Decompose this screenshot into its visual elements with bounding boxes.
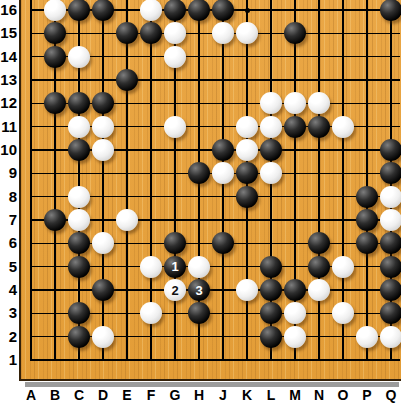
stone-black-E13 bbox=[116, 69, 138, 91]
col-label-P: P bbox=[358, 387, 376, 403]
stone-white-F3 bbox=[140, 302, 162, 324]
bottom-coordinates: ABCDEFGHJKLMNOPQ bbox=[0, 386, 401, 404]
stone-black-Q9 bbox=[380, 162, 401, 184]
row-label-14: 14 bbox=[0, 48, 17, 66]
grid-line-col-D bbox=[102, 0, 103, 361]
col-label-H: H bbox=[190, 387, 208, 403]
stone-white-Q8 bbox=[380, 186, 401, 208]
stone-black-H16 bbox=[188, 0, 210, 21]
row-label-5: 5 bbox=[0, 258, 17, 276]
stone-black-C6 bbox=[68, 232, 90, 254]
stone-black-C16 bbox=[68, 0, 90, 21]
stone-white-C14 bbox=[68, 46, 90, 68]
row-label-13: 13 bbox=[0, 71, 17, 89]
col-label-C: C bbox=[70, 387, 88, 403]
stone-black-C10 bbox=[68, 139, 90, 161]
col-label-N: N bbox=[310, 387, 328, 403]
stone-black-Q6 bbox=[380, 232, 401, 254]
stone-black-P6 bbox=[356, 232, 378, 254]
stone-black-B12 bbox=[44, 92, 66, 114]
go-diagram-page: { "game": "Go (weiqi/baduk) — 19x19 boar… bbox=[0, 0, 401, 404]
stone-black-H3 bbox=[188, 302, 210, 324]
stone-white-M3 bbox=[284, 302, 306, 324]
stone-black-L4 bbox=[260, 279, 282, 301]
move-number-label: 3 bbox=[195, 284, 202, 297]
stone-white-J15 bbox=[212, 22, 234, 44]
stone-black-K9 bbox=[236, 162, 258, 184]
stone-white-L11 bbox=[260, 116, 282, 138]
col-label-O: O bbox=[334, 387, 352, 403]
stone-white-O5 bbox=[332, 256, 354, 278]
stone-white-F16 bbox=[140, 0, 162, 21]
grid-line-row-13 bbox=[30, 79, 400, 80]
row-label-9: 9 bbox=[0, 164, 17, 182]
stone-black-F15 bbox=[140, 22, 162, 44]
stone-black-Q5 bbox=[380, 256, 401, 278]
stone-black-N6 bbox=[308, 232, 330, 254]
stone-black-G6 bbox=[164, 232, 186, 254]
stone-black-Q3 bbox=[380, 302, 401, 324]
stone-black-L5 bbox=[260, 256, 282, 278]
move-number-label: 1 bbox=[171, 260, 178, 273]
stone-black-C5 bbox=[68, 256, 90, 278]
stone-white-D11 bbox=[92, 116, 114, 138]
row-label-8: 8 bbox=[0, 188, 17, 206]
row-label-10: 10 bbox=[0, 141, 17, 159]
row-label-16: 16 bbox=[0, 1, 17, 19]
row-label-15: 15 bbox=[0, 24, 17, 42]
grid-line-row-1 bbox=[30, 359, 400, 360]
grid-line-row-4 bbox=[30, 289, 400, 290]
stone-black-M11 bbox=[284, 116, 306, 138]
stone-white-D2 bbox=[92, 326, 114, 348]
stone-white-G11 bbox=[164, 116, 186, 138]
stone-black-Q16 bbox=[380, 0, 401, 21]
stone-white-Q2 bbox=[380, 326, 401, 348]
stone-black-M15 bbox=[284, 22, 306, 44]
row-label-1: 1 bbox=[0, 351, 17, 369]
stone-white-O3 bbox=[332, 302, 354, 324]
row-label-12: 12 bbox=[0, 94, 17, 112]
stone-white-G14 bbox=[164, 46, 186, 68]
stone-white-C7 bbox=[68, 209, 90, 231]
grid-line-col-P bbox=[366, 0, 367, 361]
stone-black-H4: 3 bbox=[188, 279, 210, 301]
stone-black-C3 bbox=[68, 302, 90, 324]
stone-black-L2 bbox=[260, 326, 282, 348]
stone-black-G16 bbox=[164, 0, 186, 21]
stone-black-C2 bbox=[68, 326, 90, 348]
stone-white-K10 bbox=[236, 139, 258, 161]
col-label-L: L bbox=[262, 387, 280, 403]
stone-white-F5 bbox=[140, 256, 162, 278]
stone-white-J9 bbox=[212, 162, 234, 184]
stone-black-N11 bbox=[308, 116, 330, 138]
move-number-label: 2 bbox=[171, 284, 178, 297]
col-label-A: A bbox=[22, 387, 40, 403]
stone-white-N12 bbox=[308, 92, 330, 114]
stone-white-K15 bbox=[236, 22, 258, 44]
grid-line-col-N bbox=[318, 0, 319, 361]
col-label-F: F bbox=[142, 387, 160, 403]
stone-black-P8 bbox=[356, 186, 378, 208]
left-coordinates: 16151413121110987654321 bbox=[0, 0, 18, 381]
row-label-7: 7 bbox=[0, 211, 17, 229]
stone-black-K8 bbox=[236, 186, 258, 208]
stone-white-D10 bbox=[92, 139, 114, 161]
col-label-K: K bbox=[238, 387, 256, 403]
col-label-D: D bbox=[94, 387, 112, 403]
stone-black-B14 bbox=[44, 46, 66, 68]
stone-black-D12 bbox=[92, 92, 114, 114]
go-board[interactable]: 123 bbox=[19, 0, 401, 381]
stone-white-H5 bbox=[188, 256, 210, 278]
col-label-J: J bbox=[214, 387, 232, 403]
stone-white-O11 bbox=[332, 116, 354, 138]
stone-white-M2 bbox=[284, 326, 306, 348]
col-label-M: M bbox=[286, 387, 304, 403]
stone-white-E7 bbox=[116, 209, 138, 231]
stone-white-P2 bbox=[356, 326, 378, 348]
row-label-11: 11 bbox=[0, 118, 17, 136]
col-label-Q: Q bbox=[382, 387, 400, 403]
stone-white-K4 bbox=[236, 279, 258, 301]
stone-black-E15 bbox=[116, 22, 138, 44]
grid-line-col-E bbox=[126, 0, 127, 361]
stone-black-J10 bbox=[212, 139, 234, 161]
stone-white-B16 bbox=[44, 0, 66, 21]
col-label-E: E bbox=[118, 387, 136, 403]
stone-white-D6 bbox=[92, 232, 114, 254]
stone-white-C8 bbox=[68, 186, 90, 208]
stone-white-M12 bbox=[284, 92, 306, 114]
stone-black-D16 bbox=[92, 0, 114, 21]
stone-white-Q7 bbox=[380, 209, 401, 231]
stone-black-J6 bbox=[212, 232, 234, 254]
stone-black-B7 bbox=[44, 209, 66, 231]
stone-black-D4 bbox=[92, 279, 114, 301]
stone-white-L12 bbox=[260, 92, 282, 114]
star-point-K16 bbox=[245, 8, 250, 13]
stone-black-Q4 bbox=[380, 279, 401, 301]
col-label-G: G bbox=[166, 387, 184, 403]
stone-black-P7 bbox=[356, 209, 378, 231]
row-label-3: 3 bbox=[0, 304, 17, 322]
stone-black-L3 bbox=[260, 302, 282, 324]
stone-white-K11 bbox=[236, 116, 258, 138]
stone-white-L9 bbox=[260, 162, 282, 184]
stone-black-H9 bbox=[188, 162, 210, 184]
stone-black-G5: 1 bbox=[164, 256, 186, 278]
stone-black-J16 bbox=[212, 0, 234, 21]
stone-white-N4 bbox=[308, 279, 330, 301]
row-label-4: 4 bbox=[0, 281, 17, 299]
row-label-6: 6 bbox=[0, 234, 17, 252]
col-label-B: B bbox=[46, 387, 64, 403]
stone-black-Q10 bbox=[380, 139, 401, 161]
grid-line-col-A bbox=[30, 0, 31, 361]
stone-white-G4: 2 bbox=[164, 279, 186, 301]
stone-black-C12 bbox=[68, 92, 90, 114]
row-label-2: 2 bbox=[0, 328, 17, 346]
stone-black-N5 bbox=[308, 256, 330, 278]
stone-black-B15 bbox=[44, 22, 66, 44]
stone-black-L10 bbox=[260, 139, 282, 161]
stone-white-C11 bbox=[68, 116, 90, 138]
stone-white-G15 bbox=[164, 22, 186, 44]
stone-black-M4 bbox=[284, 279, 306, 301]
